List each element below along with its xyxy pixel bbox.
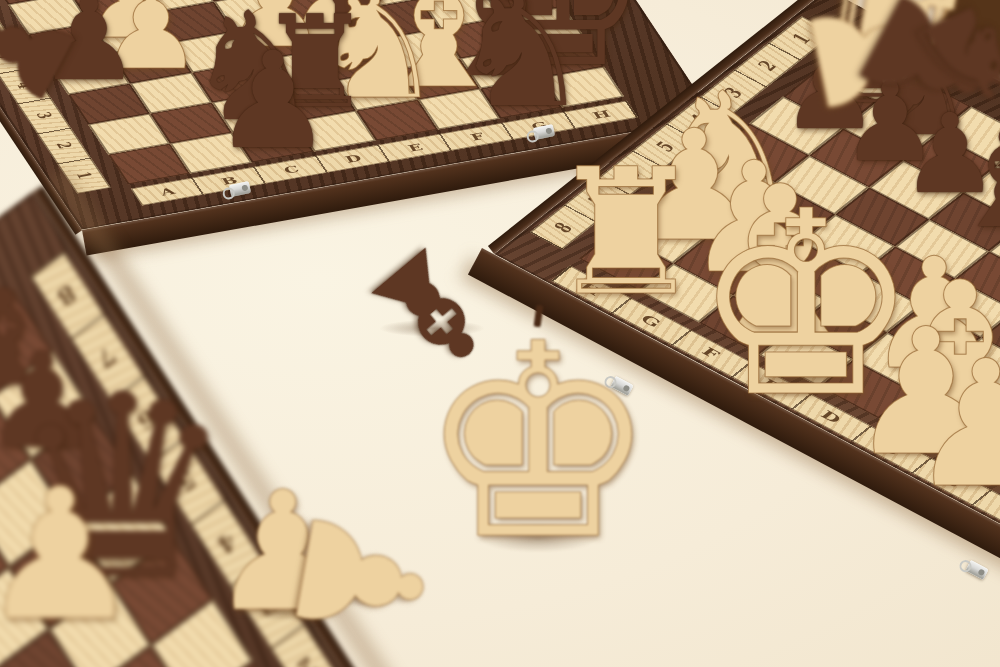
piece-light-pawn-b8: ♟: [908, 338, 1000, 513]
photo-three-chess-boards: ABCDEFGH12345678♟♟♟♟♞♜♟♟♜♞♝♝♞♚ABCDEFGH12…: [0, 0, 1000, 667]
loose-fallen-light-pawn: ♟: [266, 490, 454, 664]
